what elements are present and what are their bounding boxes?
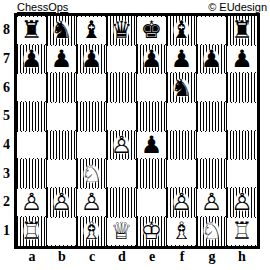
square-h8: ♜ bbox=[227, 16, 257, 45]
square-d1: ♕ bbox=[107, 217, 137, 246]
square-f7: ♟ bbox=[167, 45, 197, 74]
square-b7: ♟ bbox=[47, 45, 77, 74]
chessops-title-link[interactable]: ChessOps bbox=[17, 1, 68, 13]
square-f3 bbox=[167, 159, 197, 188]
square-h4 bbox=[227, 131, 257, 160]
square-e3 bbox=[137, 159, 167, 188]
square-f2: ♙ bbox=[167, 188, 197, 217]
black-knight-f6: ♞ bbox=[169, 75, 194, 101]
file-label-e: e bbox=[137, 249, 167, 265]
black-pawn-g7: ♟ bbox=[199, 46, 224, 72]
black-rook-a8: ♜ bbox=[19, 17, 44, 43]
square-g4 bbox=[197, 131, 227, 160]
square-a5 bbox=[17, 102, 47, 131]
white-pawn-d4: ♙ bbox=[109, 132, 134, 158]
file-labels: abcdefgh bbox=[17, 249, 257, 265]
square-d7 bbox=[107, 45, 137, 74]
rank-label-1: 1 bbox=[0, 217, 13, 246]
eudesign-credit: © EUdesign bbox=[208, 1, 267, 13]
square-e5 bbox=[137, 102, 167, 131]
square-b1 bbox=[47, 217, 77, 246]
white-bishop-f1: ♗ bbox=[169, 218, 194, 244]
square-c5 bbox=[77, 102, 107, 131]
file-label-h: h bbox=[227, 249, 257, 265]
rank-label-8: 8 bbox=[0, 16, 13, 45]
rank-labels: 87654321 bbox=[0, 16, 13, 246]
white-knight-c3: ♘ bbox=[79, 161, 104, 187]
square-d6 bbox=[107, 73, 137, 102]
square-e1: ♔ bbox=[137, 217, 167, 246]
black-rook-h8: ♜ bbox=[230, 17, 255, 43]
rank-label-6: 6 bbox=[0, 73, 13, 102]
square-g5 bbox=[197, 102, 227, 131]
file-label-b: b bbox=[47, 249, 77, 265]
square-h6 bbox=[227, 73, 257, 102]
square-b4 bbox=[47, 131, 77, 160]
square-d4: ♙ bbox=[107, 131, 137, 160]
square-d5 bbox=[107, 102, 137, 131]
black-bishop-c8: ♝ bbox=[79, 17, 104, 43]
square-d2 bbox=[107, 188, 137, 217]
board-frame: ♜♞♝♛♚♝♜♟♟♟♟♟♟♟♞♙♟♘♙♙♙♙♙♙♖♗♕♔♗♘♖ bbox=[14, 13, 260, 249]
square-d3 bbox=[107, 159, 137, 188]
file-label-f: f bbox=[167, 249, 197, 265]
square-c3: ♘ bbox=[77, 159, 107, 188]
square-f6: ♞ bbox=[167, 73, 197, 102]
rank-label-3: 3 bbox=[0, 159, 13, 188]
rank-label-7: 7 bbox=[0, 45, 13, 74]
square-h7: ♟ bbox=[227, 45, 257, 74]
square-c4 bbox=[77, 131, 107, 160]
rank-label-4: 4 bbox=[0, 131, 13, 160]
square-g2: ♙ bbox=[197, 188, 227, 217]
square-g1: ♘ bbox=[197, 217, 227, 246]
square-a4 bbox=[17, 131, 47, 160]
white-pawn-f2: ♙ bbox=[169, 189, 194, 215]
black-queen-d8: ♛ bbox=[109, 17, 134, 43]
white-pawn-h2: ♙ bbox=[230, 189, 255, 215]
square-e4: ♟ bbox=[137, 131, 167, 160]
square-a1: ♖ bbox=[17, 217, 47, 246]
chess-board: ♜♞♝♛♚♝♜♟♟♟♟♟♟♟♞♙♟♘♙♙♙♙♙♙♖♗♕♔♗♘♖ bbox=[17, 16, 257, 246]
white-bishop-c1: ♗ bbox=[79, 218, 104, 244]
square-b5 bbox=[47, 102, 77, 131]
white-pawn-a2: ♙ bbox=[19, 189, 44, 215]
white-rook-h1: ♖ bbox=[230, 218, 255, 244]
square-f1: ♗ bbox=[167, 217, 197, 246]
square-c8: ♝ bbox=[77, 16, 107, 45]
file-label-a: a bbox=[17, 249, 47, 265]
black-king-e8: ♚ bbox=[139, 17, 164, 43]
square-c6 bbox=[77, 73, 107, 102]
square-a8: ♜ bbox=[17, 16, 47, 45]
white-queen-d1: ♕ bbox=[109, 218, 134, 244]
square-b8: ♞ bbox=[47, 16, 77, 45]
square-b2: ♙ bbox=[47, 188, 77, 217]
black-pawn-f7: ♟ bbox=[169, 46, 194, 72]
white-pawn-c2: ♙ bbox=[79, 189, 104, 215]
square-h5 bbox=[227, 102, 257, 131]
white-rook-a1: ♖ bbox=[19, 218, 44, 244]
square-f4 bbox=[167, 131, 197, 160]
square-a2: ♙ bbox=[17, 188, 47, 217]
square-e7: ♟ bbox=[137, 45, 167, 74]
file-label-c: c bbox=[77, 249, 107, 265]
square-f5 bbox=[167, 102, 197, 131]
square-f8: ♝ bbox=[167, 16, 197, 45]
white-pawn-g2: ♙ bbox=[199, 189, 224, 215]
square-a6 bbox=[17, 73, 47, 102]
square-g7: ♟ bbox=[197, 45, 227, 74]
white-king-e1: ♔ bbox=[139, 218, 164, 244]
white-knight-g1: ♘ bbox=[199, 218, 224, 244]
square-c1: ♗ bbox=[77, 217, 107, 246]
square-c2: ♙ bbox=[77, 188, 107, 217]
black-knight-b8: ♞ bbox=[49, 17, 74, 43]
square-g8 bbox=[197, 16, 227, 45]
square-e8: ♚ bbox=[137, 16, 167, 45]
square-b6 bbox=[47, 73, 77, 102]
black-pawn-a7: ♟ bbox=[19, 46, 44, 72]
file-label-g: g bbox=[197, 249, 227, 265]
square-e6 bbox=[137, 73, 167, 102]
black-pawn-h7: ♟ bbox=[230, 46, 255, 72]
file-label-d: d bbox=[107, 249, 137, 265]
white-pawn-b2: ♙ bbox=[49, 189, 74, 215]
square-d8: ♛ bbox=[107, 16, 137, 45]
black-bishop-f8: ♝ bbox=[169, 17, 194, 43]
square-g6 bbox=[197, 73, 227, 102]
black-pawn-b7: ♟ bbox=[49, 46, 74, 72]
rank-label-2: 2 bbox=[0, 188, 13, 217]
rank-label-5: 5 bbox=[0, 102, 13, 131]
chessops-diagram: ChessOps © EUdesign 87654321 ♜♞♝♛♚♝♜♟♟♟♟… bbox=[0, 0, 270, 270]
square-h2: ♙ bbox=[227, 188, 257, 217]
square-g3 bbox=[197, 159, 227, 188]
square-h3 bbox=[227, 159, 257, 188]
square-c7: ♟ bbox=[77, 45, 107, 74]
square-a3 bbox=[17, 159, 47, 188]
black-pawn-c7: ♟ bbox=[79, 46, 104, 72]
square-b3 bbox=[47, 159, 77, 188]
black-pawn-e4: ♟ bbox=[139, 132, 164, 158]
square-e2 bbox=[137, 188, 167, 217]
black-pawn-e7: ♟ bbox=[139, 46, 164, 72]
square-h1: ♖ bbox=[227, 217, 257, 246]
square-a7: ♟ bbox=[17, 45, 47, 74]
